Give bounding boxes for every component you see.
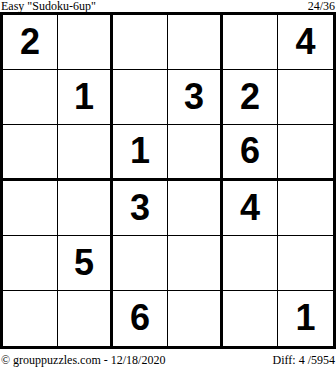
cell-r2c6[interactable] bbox=[278, 70, 333, 125]
cell-r1c1[interactable]: 2 bbox=[3, 15, 58, 70]
cell-r5c6[interactable] bbox=[278, 236, 333, 291]
cell-r2c1[interactable] bbox=[3, 70, 58, 125]
footer: © grouppuzzles.com - 12/18/2020 Diff: 4 … bbox=[1, 354, 335, 366]
cell-r3c1[interactable] bbox=[3, 125, 58, 180]
cell-r4c1[interactable] bbox=[3, 181, 58, 236]
cell-r2c5[interactable]: 2 bbox=[223, 70, 278, 125]
given-digit: 2 bbox=[240, 79, 260, 115]
cell-r1c6[interactable]: 4 bbox=[278, 15, 333, 70]
cells-remaining-counter: 24/36 bbox=[308, 0, 335, 12]
cell-r6c5[interactable] bbox=[223, 291, 278, 346]
given-digit: 5 bbox=[74, 245, 94, 281]
cell-r6c3[interactable]: 6 bbox=[113, 291, 168, 346]
header: Easy "Sudoku-6up" 24/36 bbox=[1, 0, 335, 12]
given-digit: 6 bbox=[130, 300, 150, 336]
cell-r6c1[interactable] bbox=[3, 291, 58, 346]
given-digit: 2 bbox=[20, 24, 40, 60]
cell-r5c2[interactable]: 5 bbox=[58, 236, 113, 291]
cell-r4c6[interactable] bbox=[278, 181, 333, 236]
cell-r3c6[interactable] bbox=[278, 125, 333, 180]
given-digit: 1 bbox=[74, 79, 94, 115]
given-digit: 4 bbox=[240, 190, 260, 226]
given-digit: 3 bbox=[184, 79, 204, 115]
cell-r5c1[interactable] bbox=[3, 236, 58, 291]
cell-r2c2[interactable]: 1 bbox=[58, 70, 113, 125]
difficulty-text: Diff: 4 /5954 bbox=[273, 354, 335, 366]
copyright-text: © grouppuzzles.com - 12/18/2020 bbox=[1, 354, 165, 366]
cell-r6c2[interactable] bbox=[58, 291, 113, 346]
cell-r1c2[interactable] bbox=[58, 15, 113, 70]
cell-r5c4[interactable] bbox=[168, 236, 223, 291]
cell-r4c5[interactable]: 4 bbox=[223, 181, 278, 236]
given-digit: 1 bbox=[295, 300, 315, 336]
cell-r3c3[interactable]: 1 bbox=[113, 125, 168, 180]
puzzle-page: Easy "Sudoku-6up" 24/36 241321634561 © g… bbox=[0, 0, 336, 370]
given-digit: 1 bbox=[130, 133, 150, 169]
cell-r5c5[interactable] bbox=[223, 236, 278, 291]
cell-r3c4[interactable] bbox=[168, 125, 223, 180]
given-digit: 6 bbox=[240, 133, 260, 169]
given-digit: 3 bbox=[130, 190, 150, 226]
cell-r6c6[interactable]: 1 bbox=[278, 291, 333, 346]
cell-r4c2[interactable] bbox=[58, 181, 113, 236]
puzzle-title: Easy "Sudoku-6up" bbox=[1, 0, 96, 12]
cell-r2c4[interactable]: 3 bbox=[168, 70, 223, 125]
cell-r4c4[interactable] bbox=[168, 181, 223, 236]
cell-r3c2[interactable] bbox=[58, 125, 113, 180]
cell-r1c4[interactable] bbox=[168, 15, 223, 70]
cell-r4c3[interactable]: 3 bbox=[113, 181, 168, 236]
cell-r3c5[interactable]: 6 bbox=[223, 125, 278, 180]
cell-r6c4[interactable] bbox=[168, 291, 223, 346]
cell-r1c5[interactable] bbox=[223, 15, 278, 70]
cell-r2c3[interactable] bbox=[113, 70, 168, 125]
given-digit: 4 bbox=[295, 24, 315, 60]
cell-r1c3[interactable] bbox=[113, 15, 168, 70]
sudoku-grid: 241321634561 bbox=[0, 12, 336, 349]
cell-r5c3[interactable] bbox=[113, 236, 168, 291]
